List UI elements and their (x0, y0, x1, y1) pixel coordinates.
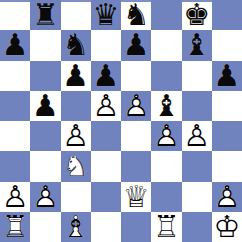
black-pawn-glyph: ♟ (61, 61, 91, 91)
piece-white-pawn[interactable]: ♟♙ (121, 91, 151, 121)
white-rook-outline: ♖ (0, 212, 30, 242)
square-e2[interactable]: ♛♕ (121, 182, 151, 212)
square-e8[interactable]: ♞ (121, 0, 151, 30)
black-pawn-glyph: ♟ (0, 30, 30, 60)
white-pawn-outline: ♙ (0, 182, 30, 212)
square-a4[interactable] (0, 121, 30, 151)
piece-white-rook[interactable]: ♜♖ (151, 212, 181, 242)
square-h3[interactable] (212, 151, 242, 181)
black-knight-glyph: ♞ (61, 30, 91, 60)
square-d4[interactable] (91, 121, 121, 151)
black-pawn-glyph: ♟ (91, 61, 121, 91)
white-pawn-outline: ♙ (61, 121, 91, 151)
square-g6[interactable] (182, 61, 212, 91)
square-b1[interactable] (30, 212, 60, 242)
square-h6[interactable]: ♟ (212, 61, 242, 91)
piece-white-pawn[interactable]: ♟♙ (182, 121, 212, 151)
square-d5[interactable]: ♟♙ (91, 91, 121, 121)
square-a1[interactable]: ♜♖ (0, 212, 30, 242)
white-queen-outline: ♕ (121, 182, 151, 212)
square-d2[interactable] (91, 182, 121, 212)
piece-white-rook[interactable]: ♜♖ (0, 212, 30, 242)
square-b3[interactable] (30, 151, 60, 181)
piece-white-knight[interactable]: ♞♘ (61, 151, 91, 181)
piece-white-pawn[interactable]: ♟♙ (151, 121, 181, 151)
piece-white-pawn[interactable]: ♟♙ (91, 91, 121, 121)
black-bishop-glyph: ♝ (151, 91, 181, 121)
square-d7[interactable] (91, 30, 121, 60)
square-b4[interactable] (30, 121, 60, 151)
piece-white-queen[interactable]: ♛♕ (121, 182, 151, 212)
square-e7[interactable]: ♟ (121, 30, 151, 60)
square-e3[interactable] (121, 151, 151, 181)
square-e1[interactable] (121, 212, 151, 242)
square-f6[interactable] (151, 61, 181, 91)
square-b6[interactable] (30, 61, 60, 91)
piece-white-pawn[interactable]: ♟♙ (0, 182, 30, 212)
piece-white-pawn[interactable]: ♟♙ (30, 182, 60, 212)
square-d6[interactable]: ♟ (91, 61, 121, 91)
piece-black-king[interactable]: ♚ (182, 0, 212, 30)
square-b7[interactable] (30, 30, 60, 60)
piece-white-pawn[interactable]: ♟♙ (212, 182, 242, 212)
square-a5[interactable] (0, 91, 30, 121)
square-f5[interactable]: ♝ (151, 91, 181, 121)
square-a7[interactable]: ♟ (0, 30, 30, 60)
black-knight-glyph: ♞ (121, 0, 151, 30)
square-g4[interactable]: ♟♙ (182, 121, 212, 151)
square-g5[interactable] (182, 91, 212, 121)
square-h8[interactable] (212, 0, 242, 30)
piece-black-pawn[interactable]: ♟ (212, 61, 242, 91)
square-c5[interactable] (61, 91, 91, 121)
white-pawn-outline: ♙ (151, 121, 181, 151)
square-b2[interactable]: ♟♙ (30, 182, 60, 212)
square-f2[interactable] (151, 182, 181, 212)
square-c4[interactable]: ♟♙ (61, 121, 91, 151)
white-king-outline: ♔ (212, 212, 242, 242)
square-a2[interactable]: ♟♙ (0, 182, 30, 212)
square-c6[interactable]: ♟ (61, 61, 91, 91)
chess-board: ♜♛♞♚♟♞♟♝♟♟♟♟♟♙♟♙♝♟♙♟♙♟♙♞♘♟♙♟♙♛♕♟♙♜♖♝♗♜♖♚… (0, 0, 242, 242)
piece-black-pawn[interactable]: ♟ (0, 30, 30, 60)
black-pawn-glyph: ♟ (121, 30, 151, 60)
square-e4[interactable] (121, 121, 151, 151)
square-h2[interactable]: ♟♙ (212, 182, 242, 212)
square-h7[interactable] (212, 30, 242, 60)
piece-white-bishop[interactable]: ♝♗ (61, 212, 91, 242)
black-queen-glyph: ♛ (91, 0, 121, 30)
square-f4[interactable]: ♟♙ (151, 121, 181, 151)
white-pawn-outline: ♙ (91, 91, 121, 121)
square-d8[interactable]: ♛ (91, 0, 121, 30)
square-b8[interactable]: ♜ (30, 0, 60, 30)
square-f3[interactable] (151, 151, 181, 181)
piece-black-queen[interactable]: ♛ (91, 0, 121, 30)
square-g8[interactable]: ♚ (182, 0, 212, 30)
piece-black-pawn[interactable]: ♟ (30, 91, 60, 121)
piece-black-pawn[interactable]: ♟ (91, 61, 121, 91)
square-b5[interactable]: ♟ (30, 91, 60, 121)
black-pawn-glyph: ♟ (212, 61, 242, 91)
square-d1[interactable] (91, 212, 121, 242)
piece-black-rook[interactable]: ♜ (30, 0, 60, 30)
square-a6[interactable] (0, 61, 30, 91)
piece-black-pawn[interactable]: ♟ (121, 30, 151, 60)
white-pawn-outline: ♙ (182, 121, 212, 151)
square-h1[interactable]: ♚♔ (212, 212, 242, 242)
black-king-glyph: ♚ (182, 0, 212, 30)
square-c7[interactable]: ♞ (61, 30, 91, 60)
square-g2[interactable] (182, 182, 212, 212)
piece-white-king[interactable]: ♚♔ (212, 212, 242, 242)
square-e5[interactable]: ♟♙ (121, 91, 151, 121)
white-bishop-outline: ♗ (61, 212, 91, 242)
square-f7[interactable] (151, 30, 181, 60)
square-h5[interactable] (212, 91, 242, 121)
piece-black-bishop[interactable]: ♝ (182, 30, 212, 60)
square-f8[interactable] (151, 0, 181, 30)
black-rook-glyph: ♜ (30, 0, 60, 30)
square-c1[interactable]: ♝♗ (61, 212, 91, 242)
square-c2[interactable] (61, 182, 91, 212)
white-rook-outline: ♖ (151, 212, 181, 242)
square-a8[interactable] (0, 0, 30, 30)
piece-black-knight[interactable]: ♞ (121, 0, 151, 30)
square-h4[interactable] (212, 121, 242, 151)
square-a3[interactable] (0, 151, 30, 181)
piece-white-pawn[interactable]: ♟♙ (61, 121, 91, 151)
square-g7[interactable]: ♝ (182, 30, 212, 60)
white-pawn-outline: ♙ (121, 91, 151, 121)
white-pawn-outline: ♙ (30, 182, 60, 212)
square-d3[interactable] (91, 151, 121, 181)
square-c3[interactable]: ♞♘ (61, 151, 91, 181)
piece-black-knight[interactable]: ♞ (61, 30, 91, 60)
black-bishop-glyph: ♝ (182, 30, 212, 60)
square-e6[interactable] (121, 61, 151, 91)
square-c8[interactable] (61, 0, 91, 30)
white-knight-outline: ♘ (61, 151, 91, 181)
black-pawn-glyph: ♟ (30, 91, 60, 121)
piece-black-bishop[interactable]: ♝ (151, 91, 181, 121)
square-g1[interactable] (182, 212, 212, 242)
square-g3[interactable] (182, 151, 212, 181)
square-f1[interactable]: ♜♖ (151, 212, 181, 242)
white-pawn-outline: ♙ (212, 182, 242, 212)
piece-black-pawn[interactable]: ♟ (61, 61, 91, 91)
